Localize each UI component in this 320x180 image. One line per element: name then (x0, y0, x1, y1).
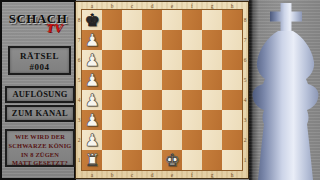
square-g6[interactable] (202, 50, 222, 70)
file-label: c (122, 2, 142, 9)
square-d3[interactable] (142, 110, 162, 130)
file-label: h (222, 2, 242, 9)
square-h1[interactable] (222, 150, 242, 170)
square-e1[interactable]: ♚ (162, 150, 182, 170)
square-d6[interactable] (142, 50, 162, 70)
side-panel: SCHACH TV RÄTSEL #004 AUFLÖSUNG ZUM KANA… (0, 0, 76, 180)
file-label: g (202, 171, 222, 178)
square-d2[interactable] (142, 130, 162, 150)
square-d1[interactable] (142, 150, 162, 170)
file-label: g (202, 2, 222, 9)
file-label: c (122, 171, 142, 178)
square-a7[interactable]: ♟ (82, 30, 102, 50)
puzzle-number: #004 (10, 62, 69, 73)
square-d7[interactable] (142, 30, 162, 50)
square-d5[interactable] (142, 70, 162, 90)
right-decor-panel (249, 0, 320, 180)
square-a4[interactable]: ♟ (82, 90, 102, 110)
square-f6[interactable] (182, 50, 202, 70)
square-c4[interactable] (122, 90, 142, 110)
chess-board: ♚♟♟♟♟♟♟♜♚ (82, 10, 242, 170)
file-label: f (182, 2, 202, 9)
rank-label: 3 (242, 110, 248, 130)
square-f4[interactable] (182, 90, 202, 110)
square-c5[interactable] (122, 70, 142, 90)
brand-tv-text: TV (46, 20, 63, 36)
square-h8[interactable] (222, 10, 242, 30)
file-label: d (142, 2, 162, 9)
rank-label: 8 (242, 10, 248, 30)
file-label: d (142, 171, 162, 178)
file-label: a (82, 2, 102, 9)
square-b5[interactable] (102, 70, 122, 90)
square-e3[interactable] (162, 110, 182, 130)
square-a2[interactable]: ♟ (82, 130, 102, 150)
square-b2[interactable] (102, 130, 122, 150)
square-a5[interactable]: ♟ (82, 70, 102, 90)
square-f7[interactable] (182, 30, 202, 50)
square-e4[interactable] (162, 90, 182, 110)
square-c3[interactable] (122, 110, 142, 130)
white-king: ♚ (162, 150, 182, 170)
square-g4[interactable] (202, 90, 222, 110)
question-line-1: WIE WIRD DER (7, 133, 73, 142)
square-c8[interactable] (122, 10, 142, 30)
white-rook: ♜ (82, 150, 102, 170)
square-c2[interactable] (122, 130, 142, 150)
rank-label: 2 (242, 130, 248, 150)
square-f2[interactable] (182, 130, 202, 150)
square-e6[interactable] (162, 50, 182, 70)
puzzle-label: RÄTSEL (10, 51, 69, 62)
rank-labels-right: 87654321 (242, 10, 248, 170)
file-label: e (162, 171, 182, 178)
square-h7[interactable] (222, 30, 242, 50)
file-label: b (102, 171, 122, 178)
file-labels-bottom: abcdefgh (82, 171, 242, 178)
cta-zum-kanal-button[interactable]: ZUM KANAL (5, 105, 75, 122)
file-label: f (182, 171, 202, 178)
rank-label: 6 (242, 50, 248, 70)
square-g5[interactable] (202, 70, 222, 90)
square-e7[interactable] (162, 30, 182, 50)
square-d4[interactable] (142, 90, 162, 110)
rank-label: 1 (242, 150, 248, 170)
question-line-4: MATT GESETZT? (7, 159, 73, 168)
brand-logo: SCHACH TV (2, 9, 74, 27)
square-b1[interactable] (102, 150, 122, 170)
square-h4[interactable] (222, 90, 242, 110)
cta-aufloesung-button[interactable]: AUFLÖSUNG (5, 86, 75, 103)
square-h6[interactable] (222, 50, 242, 70)
question-line-2: SCHWARZE KÖNIG (7, 142, 73, 151)
square-d8[interactable] (142, 10, 162, 30)
square-c7[interactable] (122, 30, 142, 50)
square-f8[interactable] (182, 10, 202, 30)
square-e2[interactable] (162, 130, 182, 150)
board-frame: abcdefgh abcdefgh 87654321 87654321 ♚♟♟♟… (75, 1, 249, 179)
white-pawn: ♟ (82, 90, 102, 110)
rank-label: 4 (242, 90, 248, 110)
white-pawn: ♟ (82, 110, 102, 130)
file-label: h (222, 171, 242, 178)
black-king: ♚ (82, 10, 102, 30)
white-pawn: ♟ (82, 30, 102, 50)
square-e8[interactable] (162, 10, 182, 30)
video-thumbnail: SCHACH TV RÄTSEL #004 AUFLÖSUNG ZUM KANA… (0, 0, 320, 180)
square-a8[interactable]: ♚ (82, 10, 102, 30)
square-g7[interactable] (202, 30, 222, 50)
file-labels-top: abcdefgh (82, 2, 242, 9)
square-g3[interactable] (202, 110, 222, 130)
rank-label: 7 (242, 30, 248, 50)
square-b3[interactable] (102, 110, 122, 130)
question-box: WIE WIRD DER SCHWARZE KÖNIG IN 8 ZÜGEN M… (5, 129, 75, 167)
square-e5[interactable] (162, 70, 182, 90)
square-c6[interactable] (122, 50, 142, 70)
square-g1[interactable] (202, 150, 222, 170)
file-label: a (82, 171, 102, 178)
square-a3[interactable]: ♟ (82, 110, 102, 130)
square-h5[interactable] (222, 70, 242, 90)
chess-king-3d-icon (249, 0, 320, 180)
square-g8[interactable] (202, 10, 222, 30)
square-c1[interactable] (122, 150, 142, 170)
square-h3[interactable] (222, 110, 242, 130)
square-f5[interactable] (182, 70, 202, 90)
square-b6[interactable] (102, 50, 122, 70)
square-a6[interactable]: ♟ (82, 50, 102, 70)
square-a1[interactable]: ♜ (82, 150, 102, 170)
square-b4[interactable] (102, 90, 122, 110)
file-label: e (162, 2, 182, 9)
square-f1[interactable] (182, 150, 202, 170)
question-line-3: IN 8 ZÜGEN (7, 151, 73, 160)
square-b8[interactable] (102, 10, 122, 30)
square-h2[interactable] (222, 130, 242, 150)
square-g2[interactable] (202, 130, 222, 150)
rank-label: 5 (242, 70, 248, 90)
file-label: b (102, 2, 122, 9)
square-f3[interactable] (182, 110, 202, 130)
white-pawn: ♟ (82, 70, 102, 90)
white-pawn: ♟ (82, 130, 102, 150)
white-pawn: ♟ (82, 50, 102, 70)
square-b7[interactable] (102, 30, 122, 50)
puzzle-number-box: RÄTSEL #004 (8, 46, 71, 75)
